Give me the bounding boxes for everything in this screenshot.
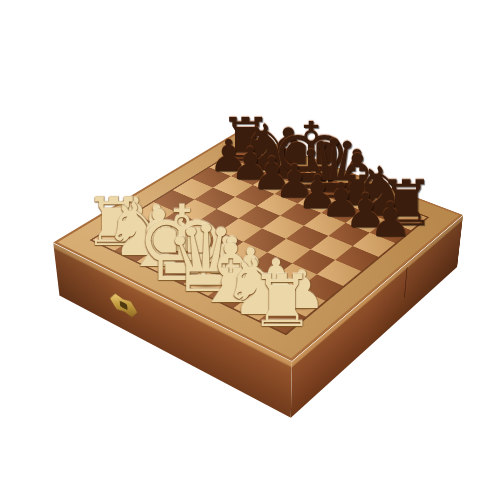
board-top-face xyxy=(53,130,463,361)
brass-latch xyxy=(109,290,138,320)
perspective-wrapper xyxy=(0,0,500,500)
product-photo-scene: ♜♞♝♛♚♝♞♜♟♟♟♟♟♟♟♟♟♟♟♟♟♟♟♟♜♞♝♛♚♝♞♜ xyxy=(0,0,500,500)
chess-box xyxy=(53,131,463,362)
fold-hinge-seam xyxy=(404,267,408,298)
